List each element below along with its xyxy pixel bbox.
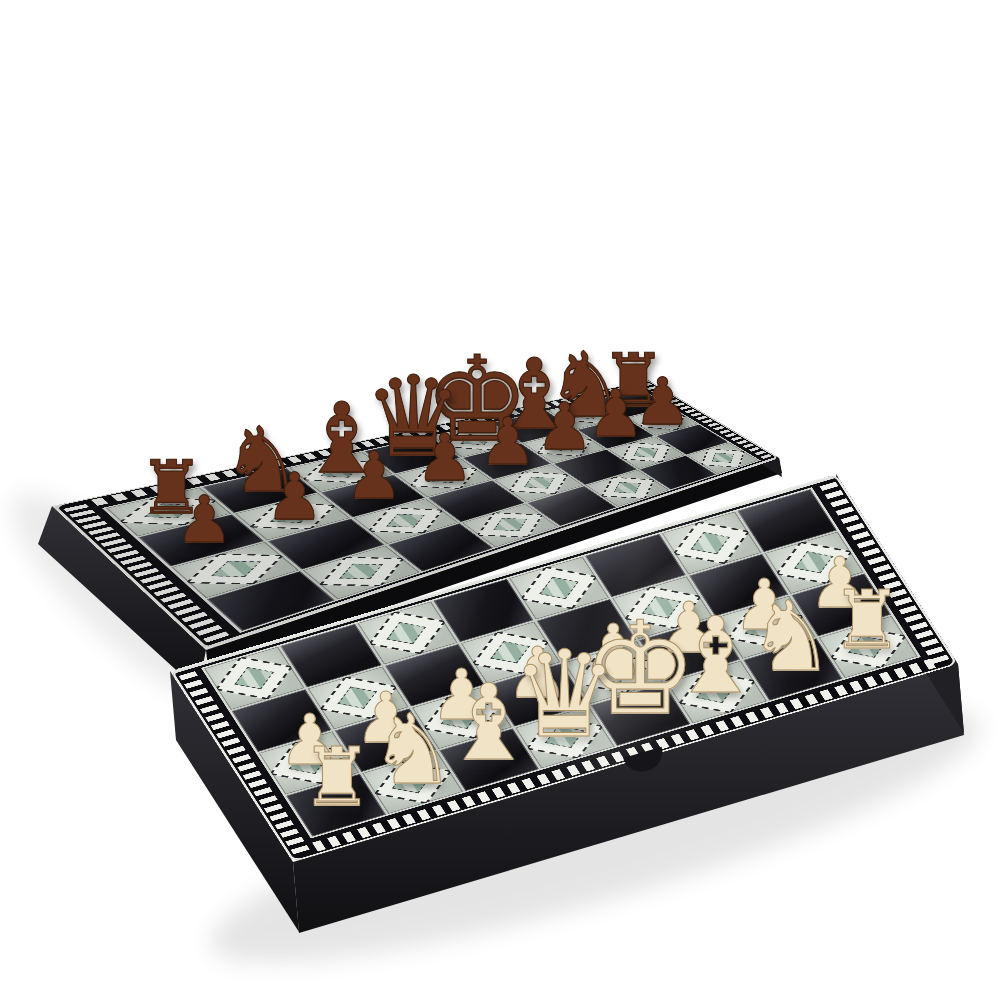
piece-black-pawn-e7[interactable]: ♟ (479, 408, 537, 473)
piece-black-pawn-d7[interactable]: ♟ (415, 425, 473, 490)
piece-black-pawn-a7[interactable]: ♟ (175, 486, 233, 551)
piece-black-pawn-g7[interactable]: ♟ (587, 381, 645, 446)
piece-white-knight-b1[interactable]: ♞ (369, 700, 456, 797)
piece-white-rook-a1[interactable]: ♜ (301, 737, 374, 818)
chess-set-photo: ♜♞♟♝♟♚♟♛♟♝♟♞♟♜♟♟♟♟♜♟♞♟♝♟♚♟♛♟♝♟♞♜ (0, 0, 1000, 1000)
piece-white-rook-h1[interactable]: ♜ (830, 580, 903, 661)
piece-black-pawn-f7[interactable]: ♟ (535, 394, 593, 459)
piece-black-pawn-c7[interactable]: ♟ (345, 443, 403, 508)
piece-black-pawn-b7[interactable]: ♟ (265, 463, 323, 528)
